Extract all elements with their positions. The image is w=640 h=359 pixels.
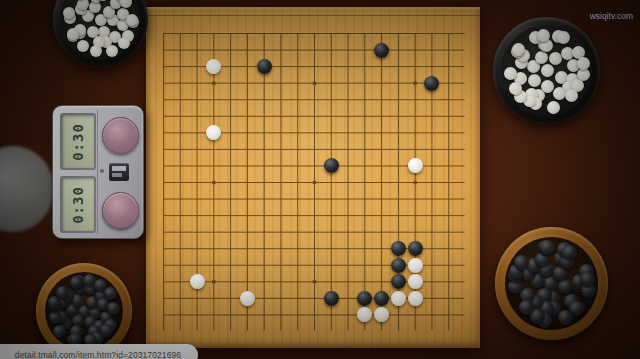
bowl-white-stone (120, 0, 132, 8)
stone-white (190, 274, 205, 289)
stone-black (424, 76, 439, 91)
bowl-white-stone (504, 67, 517, 80)
bowl-white-stone (565, 89, 578, 102)
stone-black (374, 291, 389, 306)
url-overlay: detail.tmall.com/item.htm?id=20317021696 (0, 344, 198, 359)
bowl-white-stone (126, 14, 138, 26)
bowl-white-stone (509, 82, 522, 95)
clock-lcd-bottom: 0:30 (60, 176, 96, 233)
bowl-stones (505, 237, 598, 330)
stone-white (240, 291, 255, 306)
white-stone-bowl-top-left (53, 0, 148, 67)
stone-white (408, 258, 423, 273)
clock-button-top (102, 117, 139, 154)
bowl-white-stone (557, 31, 570, 44)
game-clock: 0:30 0:30 (52, 105, 144, 239)
bowl-white-stone (67, 28, 79, 40)
bowl-white-stone (577, 57, 590, 70)
stone-black (391, 258, 406, 273)
clock-seam (97, 110, 98, 234)
gray-object (0, 146, 54, 232)
clock-indicator-dot (100, 169, 104, 173)
bowl-black-stone (104, 287, 117, 300)
bowl-white-stone (535, 51, 548, 64)
go-board (146, 7, 480, 348)
stone-white (408, 291, 423, 306)
bowl-black-stone (514, 255, 529, 270)
bowl-black-stone (70, 276, 83, 289)
bowl-white-stone (553, 87, 566, 100)
bowl-white-stone (118, 37, 130, 49)
bowl-black-stone (107, 302, 120, 315)
stone-black (324, 291, 339, 306)
stone-white (408, 158, 423, 173)
stone-black (257, 59, 272, 74)
clock-lcd-top: 0:30 (60, 113, 96, 170)
bowl-white-stone (77, 0, 89, 10)
bowl-stones (45, 272, 123, 350)
bowl-black-stone (56, 286, 69, 299)
watermark: wsiqitv.com (590, 11, 633, 21)
board-top-bevel (146, 15, 480, 16)
bowl-white-stone (547, 101, 560, 114)
clock-lcd-bottom-value: 0:30 (70, 186, 86, 224)
bowl-white-stone (90, 45, 102, 57)
black-stone-bowl-bottom-right (495, 227, 608, 340)
bowl-stones (60, 0, 141, 60)
video-frame: 0:30 0:30 detail.tmall.com/item.htm?id=2… (0, 0, 640, 359)
clock-lcd-top-value: 0:30 (70, 123, 86, 161)
stone-black (391, 241, 406, 256)
white-stone-bowl-top-right (493, 17, 600, 124)
stone-white (391, 291, 406, 306)
bowl-black-stone (558, 310, 573, 325)
bowl-black-stone (562, 245, 577, 260)
bowl-white-stone (541, 64, 554, 77)
clock-brand-emblem (109, 163, 129, 181)
bowl-stones (501, 25, 592, 116)
bowl-white-stone (106, 45, 118, 57)
bowl-black-stone (53, 325, 66, 338)
bowl-black-stone (519, 300, 534, 315)
board-grid (163, 33, 465, 331)
bowl-white-stone (549, 52, 562, 65)
clock-button-bottom (102, 192, 139, 229)
bowl-black-stone (540, 240, 555, 255)
stone-black (374, 43, 389, 58)
url-text: detail.tmall.com/item.htm?id=20317021696 (15, 350, 181, 359)
stone-black (408, 241, 423, 256)
stone-white (408, 274, 423, 289)
bowl-white-stone (528, 74, 541, 87)
bowl-white-stone (77, 40, 89, 52)
